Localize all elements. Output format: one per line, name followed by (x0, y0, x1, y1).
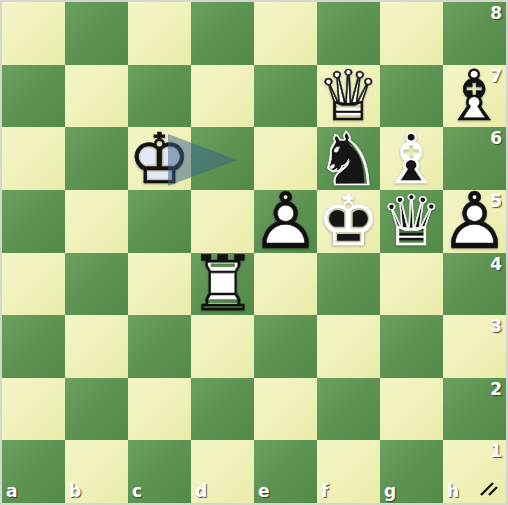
square-c4[interactable] (128, 253, 191, 316)
white-pawn-outline: ♙ (443, 190, 506, 253)
square-c8[interactable] (128, 2, 191, 65)
square-d8[interactable] (191, 2, 254, 65)
square-d2[interactable] (191, 378, 254, 441)
square-a8[interactable] (2, 2, 65, 65)
square-a1[interactable]: a (2, 440, 65, 503)
square-c3[interactable] (128, 315, 191, 378)
file-label-c: c (132, 483, 142, 500)
rank-label-3: 3 (490, 318, 502, 335)
square-c1[interactable]: c (128, 440, 191, 503)
square-b2[interactable] (65, 378, 128, 441)
white-rook-outline: ♖ (191, 253, 254, 316)
square-a7[interactable] (2, 65, 65, 128)
square-g5[interactable]: ♛♕ (380, 190, 443, 253)
square-f1[interactable]: f (317, 440, 380, 503)
square-d4[interactable]: ♜♖ (191, 253, 254, 316)
square-g1[interactable]: g (380, 440, 443, 503)
square-f3[interactable] (317, 315, 380, 378)
file-label-f: f (321, 483, 328, 500)
square-e7[interactable] (254, 65, 317, 128)
square-h2[interactable]: 2 (443, 378, 506, 441)
square-f5[interactable]: ♚♔ (317, 190, 380, 253)
piece-white-pawn-e5[interactable]: ♟♙ (254, 190, 317, 253)
file-label-b: b (69, 483, 81, 500)
square-e5[interactable]: ♟♙ (254, 190, 317, 253)
rank-label-2: 2 (490, 381, 502, 398)
square-f2[interactable] (317, 378, 380, 441)
square-b4[interactable] (65, 253, 128, 316)
file-label-e: e (258, 483, 270, 500)
black-queen-outline: ♕ (380, 190, 443, 253)
square-b5[interactable] (65, 190, 128, 253)
piece-white-rook-d4[interactable]: ♜♖ (191, 253, 254, 316)
square-d1[interactable]: d (191, 440, 254, 503)
square-b1[interactable]: b (65, 440, 128, 503)
square-h3[interactable]: 3 (443, 315, 506, 378)
square-b6[interactable] (65, 127, 128, 190)
file-label-d: d (195, 483, 207, 500)
square-a3[interactable] (2, 315, 65, 378)
square-b7[interactable] (65, 65, 128, 128)
square-d7[interactable] (191, 65, 254, 128)
square-a5[interactable] (2, 190, 65, 253)
white-bishop-outline: ♗ (443, 65, 506, 128)
square-a6[interactable] (2, 127, 65, 190)
square-e2[interactable] (254, 378, 317, 441)
rank-label-8: 8 (490, 5, 502, 22)
square-h7[interactable]: 7♝♗ (443, 65, 506, 128)
black-king-outline: ♔ (317, 190, 380, 253)
piece-black-king-f5[interactable]: ♚♔ (317, 190, 380, 253)
square-e8[interactable] (254, 2, 317, 65)
square-h5[interactable]: 5♟♙ (443, 190, 506, 253)
square-e3[interactable] (254, 315, 317, 378)
resize-handle-icon[interactable] (479, 479, 499, 497)
square-a2[interactable] (2, 378, 65, 441)
square-g8[interactable] (380, 2, 443, 65)
square-a4[interactable] (2, 253, 65, 316)
square-b3[interactable] (65, 315, 128, 378)
file-label-g: g (384, 483, 396, 500)
square-g3[interactable] (380, 315, 443, 378)
file-label-h: h (447, 483, 459, 500)
rank-label-1: 1 (490, 443, 502, 460)
square-b8[interactable] (65, 2, 128, 65)
white-pawn-outline: ♙ (254, 190, 317, 253)
square-g2[interactable] (380, 378, 443, 441)
file-label-a: a (6, 483, 17, 500)
chess-board: 8♛♕7♝♗♚♔♞♘♝♗6♟♙♚♔♛♕5♟♙♜♖432abcdefg1h (0, 0, 508, 505)
piece-white-pawn-h5[interactable]: ♟♙ (443, 190, 506, 253)
piece-black-queen-g5[interactable]: ♛♕ (380, 190, 443, 253)
board-grid: 8♛♕7♝♗♚♔♞♘♝♗6♟♙♚♔♛♕5♟♙♜♖432abcdefg1h (2, 2, 506, 503)
move-indicator-arrow-icon (168, 134, 237, 186)
square-e1[interactable]: e (254, 440, 317, 503)
piece-white-bishop-h7[interactable]: ♝♗ (443, 65, 506, 128)
square-c2[interactable] (128, 378, 191, 441)
